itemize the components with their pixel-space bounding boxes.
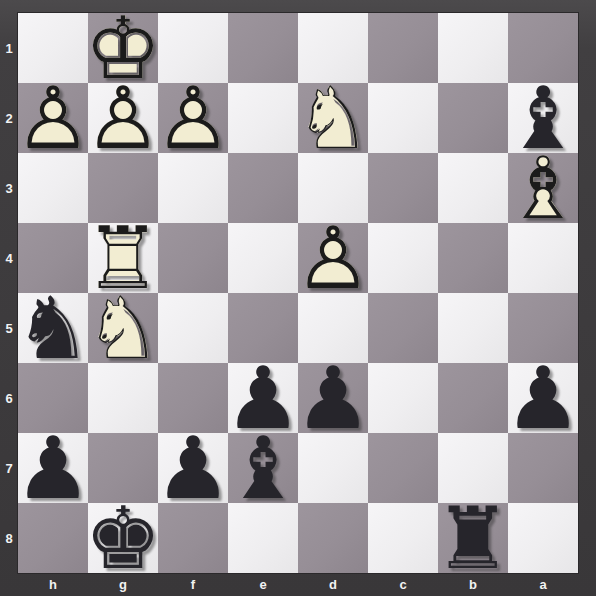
file-label-a: a bbox=[508, 573, 578, 596]
square-d5[interactable] bbox=[298, 293, 368, 363]
square-b2[interactable] bbox=[438, 83, 508, 153]
file-label-f: f bbox=[158, 573, 228, 596]
square-a2[interactable]: ♝ bbox=[508, 83, 578, 153]
rank-label-6: 6 bbox=[0, 363, 18, 433]
square-e4[interactable] bbox=[228, 223, 298, 293]
file-label-e: e bbox=[228, 573, 298, 596]
rank-labels: 12345678 bbox=[0, 13, 18, 573]
square-e6[interactable]: ♟ bbox=[228, 363, 298, 433]
black-king-icon: ♚ bbox=[84, 495, 161, 581]
square-b7[interactable] bbox=[438, 433, 508, 503]
white-pawn-fill-icon: ♟ bbox=[14, 75, 91, 161]
piece-black-pawn-a6[interactable]: ♟ bbox=[508, 363, 578, 433]
square-a3[interactable]: ♝♗ bbox=[508, 153, 578, 223]
square-h5[interactable]: ♞ bbox=[18, 293, 88, 363]
square-h4[interactable] bbox=[18, 223, 88, 293]
square-c4[interactable] bbox=[368, 223, 438, 293]
piece-black-rook-b8[interactable]: ♜ bbox=[438, 503, 508, 573]
square-b5[interactable] bbox=[438, 293, 508, 363]
white-pawn-outline-icon: ♙ bbox=[154, 75, 231, 161]
square-d6[interactable]: ♟ bbox=[298, 363, 368, 433]
file-label-g: g bbox=[88, 573, 158, 596]
square-e8[interactable] bbox=[228, 503, 298, 573]
white-bishop-fill-icon: ♝ bbox=[504, 145, 581, 231]
piece-black-pawn-e6[interactable]: ♟ bbox=[228, 363, 298, 433]
white-pawn-outline-icon: ♙ bbox=[14, 75, 91, 161]
square-f1[interactable] bbox=[158, 13, 228, 83]
piece-white-pawn-h2[interactable]: ♟♙ bbox=[18, 83, 88, 153]
square-h1[interactable] bbox=[18, 13, 88, 83]
rank-label-7: 7 bbox=[0, 433, 18, 503]
square-e2[interactable] bbox=[228, 83, 298, 153]
white-pawn-fill-icon: ♟ bbox=[294, 215, 371, 301]
white-pawn-outline-icon: ♙ bbox=[294, 215, 371, 301]
square-d4[interactable]: ♟♙ bbox=[298, 223, 368, 293]
square-g1[interactable]: ♚♔ bbox=[88, 13, 158, 83]
piece-white-pawn-d4[interactable]: ♟♙ bbox=[298, 223, 368, 293]
rank-label-5: 5 bbox=[0, 293, 18, 363]
black-pawn-icon: ♟ bbox=[224, 355, 301, 441]
square-a8[interactable] bbox=[508, 503, 578, 573]
square-g4[interactable]: ♜♖ bbox=[88, 223, 158, 293]
square-h8[interactable] bbox=[18, 503, 88, 573]
square-f6[interactable] bbox=[158, 363, 228, 433]
white-king-outline-icon: ♔ bbox=[84, 5, 161, 91]
square-g3[interactable] bbox=[88, 153, 158, 223]
square-d8[interactable] bbox=[298, 503, 368, 573]
black-pawn-icon: ♟ bbox=[504, 355, 581, 441]
rank-label-2: 2 bbox=[0, 83, 18, 153]
square-h2[interactable]: ♟♙ bbox=[18, 83, 88, 153]
rank-label-4: 4 bbox=[0, 223, 18, 293]
piece-black-pawn-f7[interactable]: ♟ bbox=[158, 433, 228, 503]
piece-white-bishop-a3[interactable]: ♝♗ bbox=[508, 153, 578, 223]
square-f5[interactable] bbox=[158, 293, 228, 363]
piece-white-knight-d2[interactable]: ♞♘ bbox=[298, 83, 368, 153]
piece-black-pawn-d6[interactable]: ♟ bbox=[298, 363, 368, 433]
black-pawn-icon: ♟ bbox=[294, 355, 371, 441]
file-label-d: d bbox=[298, 573, 368, 596]
square-f8[interactable] bbox=[158, 503, 228, 573]
black-bishop-icon: ♝ bbox=[224, 425, 301, 511]
square-e7[interactable]: ♝ bbox=[228, 433, 298, 503]
square-c7[interactable] bbox=[368, 433, 438, 503]
square-b3[interactable] bbox=[438, 153, 508, 223]
square-a5[interactable] bbox=[508, 293, 578, 363]
square-e3[interactable] bbox=[228, 153, 298, 223]
square-g8[interactable]: ♚ bbox=[88, 503, 158, 573]
rank-label-3: 3 bbox=[0, 153, 18, 223]
square-g7[interactable] bbox=[88, 433, 158, 503]
square-a6[interactable]: ♟ bbox=[508, 363, 578, 433]
square-a4[interactable] bbox=[508, 223, 578, 293]
chess-board: ♚♔♟♙♟♙♟♙♞♘♝♝♗♜♖♟♙♞♞♘♟♟♟♟♟♝♚♜ bbox=[18, 13, 578, 573]
square-h3[interactable] bbox=[18, 153, 88, 223]
square-b1[interactable] bbox=[438, 13, 508, 83]
file-labels: hgfedcba bbox=[18, 573, 578, 596]
white-rook-outline-icon: ♖ bbox=[84, 215, 161, 301]
square-f7[interactable]: ♟ bbox=[158, 433, 228, 503]
black-pawn-icon: ♟ bbox=[154, 425, 231, 511]
square-h7[interactable]: ♟ bbox=[18, 433, 88, 503]
square-c2[interactable] bbox=[368, 83, 438, 153]
white-knight-outline-icon: ♘ bbox=[84, 285, 161, 371]
square-g5[interactable]: ♞♘ bbox=[88, 293, 158, 363]
piece-white-rook-g4[interactable]: ♜♖ bbox=[88, 223, 158, 293]
square-f3[interactable] bbox=[158, 153, 228, 223]
white-pawn-fill-icon: ♟ bbox=[154, 75, 231, 161]
piece-white-knight-g5[interactable]: ♞♘ bbox=[88, 293, 158, 363]
piece-white-pawn-f2[interactable]: ♟♙ bbox=[158, 83, 228, 153]
piece-black-knight-h5[interactable]: ♞ bbox=[18, 293, 88, 363]
square-c1[interactable] bbox=[368, 13, 438, 83]
square-d7[interactable] bbox=[298, 433, 368, 503]
square-d1[interactable] bbox=[298, 13, 368, 83]
piece-white-pawn-g2[interactable]: ♟♙ bbox=[88, 83, 158, 153]
square-c8[interactable] bbox=[368, 503, 438, 573]
square-a1[interactable] bbox=[508, 13, 578, 83]
square-e1[interactable] bbox=[228, 13, 298, 83]
square-b6[interactable] bbox=[438, 363, 508, 433]
white-pawn-outline-icon: ♙ bbox=[84, 75, 161, 161]
square-e5[interactable] bbox=[228, 293, 298, 363]
file-label-h: h bbox=[18, 573, 88, 596]
white-rook-fill-icon: ♜ bbox=[84, 215, 161, 301]
square-a7[interactable] bbox=[508, 433, 578, 503]
square-g6[interactable] bbox=[88, 363, 158, 433]
file-label-b: b bbox=[438, 573, 508, 596]
square-g2[interactable]: ♟♙ bbox=[88, 83, 158, 153]
chess-diagram: 12345678 hgfedcba ♚♔♟♙♟♙♟♙♞♘♝♝♗♜♖♟♙♞♞♘♟♟… bbox=[0, 0, 596, 596]
piece-black-bishop-a2[interactable]: ♝ bbox=[508, 83, 578, 153]
square-d3[interactable] bbox=[298, 153, 368, 223]
white-king-fill-icon: ♚ bbox=[84, 5, 161, 91]
rank-label-8: 8 bbox=[0, 503, 18, 573]
square-d2[interactable]: ♞♘ bbox=[298, 83, 368, 153]
file-label-c: c bbox=[368, 573, 438, 596]
square-h6[interactable] bbox=[18, 363, 88, 433]
piece-black-pawn-h7[interactable]: ♟ bbox=[18, 433, 88, 503]
square-c3[interactable] bbox=[368, 153, 438, 223]
rank-label-1: 1 bbox=[0, 13, 18, 83]
black-bishop-icon: ♝ bbox=[504, 75, 581, 161]
square-c6[interactable] bbox=[368, 363, 438, 433]
white-knight-outline-icon: ♘ bbox=[294, 75, 371, 161]
square-b4[interactable] bbox=[438, 223, 508, 293]
black-knight-icon: ♞ bbox=[14, 285, 91, 371]
white-pawn-fill-icon: ♟ bbox=[84, 75, 161, 161]
piece-white-king-g1[interactable]: ♚♔ bbox=[88, 13, 158, 83]
square-b8[interactable]: ♜ bbox=[438, 503, 508, 573]
black-rook-icon: ♜ bbox=[434, 495, 511, 581]
white-bishop-outline-icon: ♗ bbox=[504, 145, 581, 231]
square-f2[interactable]: ♟♙ bbox=[158, 83, 228, 153]
piece-black-king-g8[interactable]: ♚ bbox=[88, 503, 158, 573]
piece-black-bishop-e7[interactable]: ♝ bbox=[228, 433, 298, 503]
square-f4[interactable] bbox=[158, 223, 228, 293]
white-knight-fill-icon: ♞ bbox=[294, 75, 371, 161]
white-knight-fill-icon: ♞ bbox=[84, 285, 161, 371]
square-c5[interactable] bbox=[368, 293, 438, 363]
black-pawn-icon: ♟ bbox=[14, 425, 91, 511]
